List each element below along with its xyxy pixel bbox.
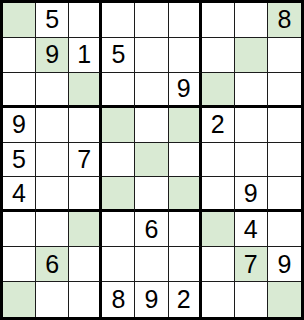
cell-r8c1[interactable] (3, 247, 36, 282)
cell-r2c7[interactable] (202, 38, 235, 73)
cell-r2c5[interactable] (135, 38, 168, 73)
cell-r5c8[interactable] (235, 143, 268, 178)
cell-r9c1[interactable] (3, 282, 36, 317)
cell-r9c4[interactable]: 8 (102, 282, 135, 317)
cell-r6c9[interactable] (268, 177, 301, 212)
cell-r7c8[interactable]: 4 (235, 212, 268, 247)
cell-r5c7[interactable] (202, 143, 235, 178)
cell-r2c4[interactable]: 5 (102, 38, 135, 73)
given-digit: 4 (12, 181, 26, 206)
given-digit: 5 (111, 42, 125, 67)
cell-r4c6[interactable] (169, 108, 202, 143)
cell-r9c5[interactable]: 9 (135, 282, 168, 317)
cell-r6c8[interactable]: 9 (235, 177, 268, 212)
cell-r5c3[interactable]: 7 (69, 143, 102, 178)
given-digit: 5 (45, 7, 59, 32)
cell-r3c3[interactable] (69, 73, 102, 108)
cell-r8c7[interactable] (202, 247, 235, 282)
given-digit: 8 (277, 7, 291, 32)
cell-r6c7[interactable] (202, 177, 235, 212)
cell-r4c7[interactable]: 2 (202, 108, 235, 143)
cell-r7c7[interactable] (202, 212, 235, 247)
cell-r2c2[interactable]: 9 (36, 38, 69, 73)
cell-r8c3[interactable] (69, 247, 102, 282)
given-digit: 5 (12, 147, 26, 172)
cell-r1c6[interactable] (169, 3, 202, 38)
given-digit: 7 (244, 252, 258, 277)
given-digit: 6 (145, 217, 159, 242)
cell-r4c9[interactable] (268, 108, 301, 143)
cell-r4c4[interactable] (102, 108, 135, 143)
cell-r4c3[interactable] (69, 108, 102, 143)
given-digit: 8 (111, 287, 125, 312)
cell-r2c6[interactable] (169, 38, 202, 73)
cell-r9c2[interactable] (36, 282, 69, 317)
cell-r4c2[interactable] (36, 108, 69, 143)
cell-r6c2[interactable] (36, 177, 69, 212)
cell-r4c5[interactable] (135, 108, 168, 143)
cell-r9c3[interactable] (69, 282, 102, 317)
cell-r3c2[interactable] (36, 73, 69, 108)
cell-r6c4[interactable] (102, 177, 135, 212)
cell-r8c6[interactable] (169, 247, 202, 282)
cell-r2c9[interactable] (268, 38, 301, 73)
given-digit: 9 (244, 181, 258, 206)
cell-r6c3[interactable] (69, 177, 102, 212)
cell-r3c7[interactable] (202, 73, 235, 108)
given-digit: 9 (145, 287, 159, 312)
cell-r8c8[interactable]: 7 (235, 247, 268, 282)
cell-r1c8[interactable] (235, 3, 268, 38)
cell-r7c2[interactable] (36, 212, 69, 247)
cell-r8c2[interactable]: 6 (36, 247, 69, 282)
cell-r3c8[interactable] (235, 73, 268, 108)
cell-r5c4[interactable] (102, 143, 135, 178)
given-digit: 9 (277, 252, 291, 277)
cell-r8c4[interactable] (102, 247, 135, 282)
cell-r4c1[interactable]: 9 (3, 108, 36, 143)
cell-r6c5[interactable] (135, 177, 168, 212)
cell-r9c8[interactable] (235, 282, 268, 317)
cell-r3c1[interactable] (3, 73, 36, 108)
cell-r3c4[interactable] (102, 73, 135, 108)
cell-r9c7[interactable] (202, 282, 235, 317)
cell-r5c9[interactable] (268, 143, 301, 178)
cell-r5c1[interactable]: 5 (3, 143, 36, 178)
cell-r3c6[interactable]: 9 (169, 73, 202, 108)
cell-r6c1[interactable]: 4 (3, 177, 36, 212)
cell-r1c7[interactable] (202, 3, 235, 38)
cell-r6c6[interactable] (169, 177, 202, 212)
cell-r5c5[interactable] (135, 143, 168, 178)
cell-r7c5[interactable]: 6 (135, 212, 168, 247)
given-digit: 6 (45, 252, 59, 277)
cell-r9c6[interactable]: 2 (169, 282, 202, 317)
cell-r7c4[interactable] (102, 212, 135, 247)
cell-r1c9[interactable]: 8 (268, 3, 301, 38)
cell-r1c3[interactable] (69, 3, 102, 38)
cell-r1c1[interactable] (3, 3, 36, 38)
cell-r8c9[interactable]: 9 (268, 247, 301, 282)
given-digit: 2 (177, 287, 191, 312)
cell-r1c4[interactable] (102, 3, 135, 38)
cell-r1c2[interactable]: 5 (36, 3, 69, 38)
given-digit: 1 (77, 42, 91, 67)
cell-r2c1[interactable] (3, 38, 36, 73)
sudoku-board: 58915992574964679892 (0, 0, 304, 320)
cell-r5c6[interactable] (169, 143, 202, 178)
cell-r2c3[interactable]: 1 (69, 38, 102, 73)
given-digit: 9 (45, 42, 59, 67)
given-digit: 4 (244, 217, 258, 242)
cell-r3c5[interactable] (135, 73, 168, 108)
cell-r7c1[interactable] (3, 212, 36, 247)
cell-r3c9[interactable] (268, 73, 301, 108)
cell-r4c8[interactable] (235, 108, 268, 143)
cell-r8c5[interactable] (135, 247, 168, 282)
cell-r7c6[interactable] (169, 212, 202, 247)
given-digit: 9 (177, 76, 191, 101)
cell-r1c5[interactable] (135, 3, 168, 38)
cell-r2c8[interactable] (235, 38, 268, 73)
given-digit: 7 (77, 147, 91, 172)
given-digit: 9 (12, 112, 26, 137)
cell-r9c9[interactable] (268, 282, 301, 317)
given-digit: 2 (211, 112, 225, 137)
cell-r7c3[interactable] (69, 212, 102, 247)
cell-r5c2[interactable] (36, 143, 69, 178)
cell-r7c9[interactable] (268, 212, 301, 247)
